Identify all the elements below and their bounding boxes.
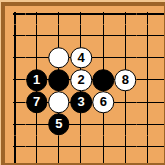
intersection-4-5 xyxy=(92,113,114,135)
intersection-1-7 xyxy=(26,158,48,163)
board-frame-highlight-top xyxy=(0,0,165,2)
stone-white-6: 6 xyxy=(93,92,115,114)
stone-black-plain xyxy=(48,69,70,91)
intersection-4-7 xyxy=(92,158,114,163)
intersection-7-7 xyxy=(159,158,164,163)
intersection-5-7 xyxy=(114,158,136,163)
intersection-3-0 xyxy=(70,6,92,25)
intersection-6-3 xyxy=(137,69,159,91)
intersection-4-1 xyxy=(92,25,114,47)
intersection-0-3 xyxy=(5,69,26,91)
intersection-6-1 xyxy=(137,25,159,47)
intersection-7-6 xyxy=(159,136,164,158)
intersection-1-2 xyxy=(26,47,48,69)
intersection-5-1 xyxy=(114,25,136,47)
stone-black-5: 5 xyxy=(48,114,70,136)
intersection-7-0 xyxy=(159,6,164,25)
intersection-3-1 xyxy=(70,25,92,47)
intersection-3-5 xyxy=(70,113,92,135)
go-board: 41287365 xyxy=(5,6,164,163)
intersection-5-2 xyxy=(114,47,136,69)
intersection-0-0 xyxy=(5,6,26,25)
stone-black-1: 1 xyxy=(26,69,48,91)
intersection-4-6 xyxy=(92,136,114,158)
intersection-0-2 xyxy=(5,47,26,69)
stone-white-plain xyxy=(48,92,70,114)
intersection-2-1 xyxy=(48,25,70,47)
stone-white-8: 8 xyxy=(115,69,137,91)
intersection-4-4: 6 xyxy=(92,91,114,113)
intersection-1-3: 1 xyxy=(26,69,48,91)
intersection-6-4 xyxy=(137,91,159,113)
intersection-7-5 xyxy=(159,113,164,135)
intersection-2-4 xyxy=(48,91,70,113)
intersection-1-4: 7 xyxy=(26,91,48,113)
intersection-2-3 xyxy=(48,69,70,91)
intersection-7-1 xyxy=(159,25,164,47)
intersection-3-7 xyxy=(70,158,92,163)
stone-black-7: 7 xyxy=(26,92,48,114)
intersection-6-2 xyxy=(137,47,159,69)
intersection-6-7 xyxy=(137,158,159,163)
intersection-0-7 xyxy=(5,158,26,163)
intersection-1-0 xyxy=(26,6,48,25)
intersection-6-6 xyxy=(137,136,159,158)
intersection-4-0 xyxy=(92,6,114,25)
intersection-5-6 xyxy=(114,136,136,158)
intersection-7-4 xyxy=(159,91,164,113)
intersection-1-6 xyxy=(26,136,48,158)
intersection-1-1 xyxy=(26,25,48,47)
intersection-7-2 xyxy=(159,47,164,69)
intersection-0-1 xyxy=(5,25,26,47)
intersection-3-4: 3 xyxy=(70,91,92,113)
intersection-5-0 xyxy=(114,6,136,25)
intersection-3-6 xyxy=(70,136,92,158)
intersection-5-5 xyxy=(114,113,136,135)
stone-white-plain xyxy=(48,47,70,69)
stone-black-3: 3 xyxy=(70,92,92,114)
intersection-0-6 xyxy=(5,136,26,158)
intersection-4-3 xyxy=(92,69,114,91)
stone-white-2: 2 xyxy=(70,69,92,91)
intersection-1-5 xyxy=(26,113,48,135)
go-grid: 41287365 xyxy=(5,6,164,163)
intersection-7-3 xyxy=(159,69,164,91)
intersection-6-0 xyxy=(137,6,159,25)
intersection-2-2 xyxy=(48,47,70,69)
intersection-3-2: 4 xyxy=(70,47,92,69)
intersection-0-4 xyxy=(5,91,26,113)
stone-white-4: 4 xyxy=(70,47,92,69)
intersection-2-0 xyxy=(48,6,70,25)
intersection-6-5 xyxy=(137,113,159,135)
stone-black-plain xyxy=(93,69,115,91)
intersection-0-5 xyxy=(5,113,26,135)
intersection-2-5: 5 xyxy=(48,113,70,135)
intersection-5-3: 8 xyxy=(114,69,136,91)
intersection-3-3: 2 xyxy=(70,69,92,91)
board-frame-highlight-left xyxy=(0,0,1,165)
go-diagram: 41287365 xyxy=(0,0,165,165)
intersection-2-7 xyxy=(48,158,70,163)
intersection-2-6 xyxy=(48,136,70,158)
intersection-5-4 xyxy=(114,91,136,113)
intersection-4-2 xyxy=(92,47,114,69)
